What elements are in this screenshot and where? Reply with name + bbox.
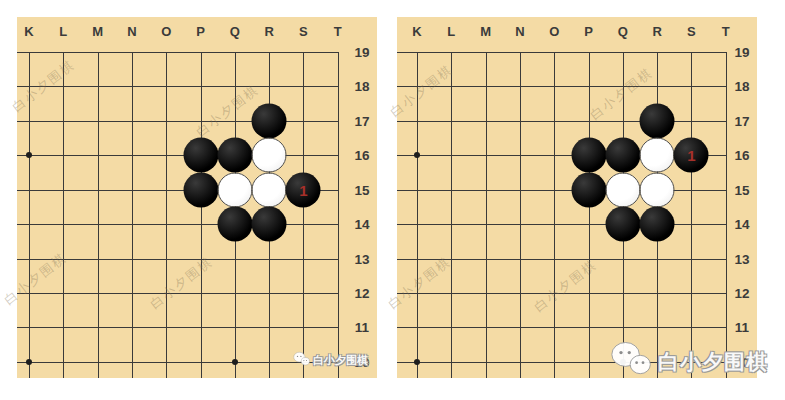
- stone-black-S15: 1: [286, 172, 321, 207]
- star-point-K10: [26, 359, 32, 365]
- row-label-18: 18: [734, 79, 749, 94]
- column-label-L: L: [447, 24, 455, 39]
- grid-vline: [691, 52, 692, 378]
- stone-black-P16: [183, 138, 218, 173]
- stone-black-Q16: [217, 138, 252, 173]
- column-label-T: T: [722, 24, 730, 39]
- stone-black-P16: [571, 138, 606, 173]
- row-label-12: 12: [734, 285, 749, 300]
- column-label-L: L: [59, 24, 67, 39]
- grid-vline: [520, 52, 521, 378]
- column-label-K: K: [412, 24, 421, 39]
- stone-black-R17: [640, 103, 675, 138]
- column-label-O: O: [549, 24, 559, 39]
- stone-black-Q14: [217, 207, 252, 242]
- stone-black-Q14: [605, 207, 640, 242]
- grid-vline: [303, 52, 304, 378]
- stone-black-P15: [183, 172, 218, 207]
- grid-hline: [17, 327, 339, 328]
- grid-vline: [589, 52, 590, 378]
- star-point-K16: [414, 152, 420, 158]
- stone-black-R14: [252, 207, 287, 242]
- grid-vline: [554, 52, 555, 378]
- brand-watermark-left: 白小夕围棋: [293, 351, 368, 369]
- grid-vline: [201, 52, 202, 378]
- column-label-P: P: [196, 24, 205, 39]
- column-label-M: M: [92, 24, 103, 39]
- stone-black-S16: 1: [674, 138, 709, 173]
- row-label-17: 17: [354, 113, 369, 128]
- row-label-17: 17: [734, 113, 749, 128]
- stone-white-R16: [252, 138, 287, 173]
- brand-watermark-text: 白小夕围棋: [313, 353, 368, 368]
- column-label-K: K: [24, 24, 33, 39]
- row-label-11: 11: [355, 320, 369, 335]
- grid-hline: [17, 121, 339, 122]
- grid-hline: [397, 86, 727, 87]
- grid-hline: [17, 224, 339, 225]
- row-label-14: 14: [354, 217, 369, 232]
- grid-vline: [166, 52, 167, 378]
- grid-hline: [397, 121, 727, 122]
- row-label-11: 11: [735, 320, 749, 335]
- stone-black-Q16: [605, 138, 640, 173]
- stone-black-R17: [252, 103, 287, 138]
- column-label-M: M: [480, 24, 491, 39]
- stone-black-P15: [571, 172, 606, 207]
- wechat-logo-icon: [610, 340, 654, 383]
- grid-hline: [397, 190, 727, 191]
- grid-vline: [338, 52, 339, 378]
- row-label-19: 19: [354, 45, 369, 60]
- column-label-Q: Q: [618, 24, 628, 39]
- grid-hline: [397, 327, 727, 328]
- grid-vline: [63, 52, 64, 378]
- row-label-13: 13: [354, 251, 369, 266]
- column-label-P: P: [584, 24, 593, 39]
- grid-vline: [98, 52, 99, 378]
- row-label-14: 14: [734, 217, 749, 232]
- stone-white-Q15: [217, 172, 252, 207]
- grid-hline: [17, 52, 339, 53]
- stone-white-R16: [640, 138, 675, 173]
- row-label-18: 18: [354, 79, 369, 94]
- column-label-S: S: [687, 24, 696, 39]
- page: { "game": "go", "board": { "size": "19x1…: [0, 0, 785, 400]
- column-label-S: S: [299, 24, 308, 39]
- column-label-T: T: [334, 24, 342, 39]
- row-label-16: 16: [734, 148, 749, 163]
- grid-hline: [17, 362, 339, 363]
- column-label-R: R: [652, 24, 661, 39]
- column-label-N: N: [515, 24, 524, 39]
- grid-hline: [17, 155, 339, 156]
- stone-white-Q15: [605, 172, 640, 207]
- row-label-12: 12: [354, 285, 369, 300]
- stone-black-R14: [640, 207, 675, 242]
- grid-hline: [17, 86, 339, 87]
- grid-vline: [132, 52, 133, 378]
- stone-white-R15: [252, 172, 287, 207]
- row-label-19: 19: [734, 45, 749, 60]
- grid-hline: [397, 52, 727, 53]
- star-point-K10: [414, 359, 420, 365]
- grid-vline: [726, 52, 727, 378]
- wechat-logo-icon: [293, 351, 311, 369]
- row-label-13: 13: [734, 251, 749, 266]
- row-label-15: 15: [734, 182, 749, 197]
- grid-vline: [451, 52, 452, 378]
- move-number-label: 1: [687, 148, 695, 163]
- grid-vline: [486, 52, 487, 378]
- move-number-label: 1: [299, 182, 307, 197]
- row-label-16: 16: [354, 148, 369, 163]
- row-label-15: 15: [354, 182, 369, 197]
- column-label-O: O: [161, 24, 171, 39]
- grid-hline: [397, 224, 727, 225]
- star-point-K16: [26, 152, 32, 158]
- brand-watermark-right: 白小夕围棋: [610, 340, 768, 383]
- column-label-Q: Q: [230, 24, 240, 39]
- column-label-R: R: [264, 24, 273, 39]
- stone-white-R15: [640, 172, 675, 207]
- star-point-Q10: [232, 359, 238, 365]
- column-label-N: N: [127, 24, 136, 39]
- brand-watermark-text: 白小夕围棋: [658, 348, 768, 376]
